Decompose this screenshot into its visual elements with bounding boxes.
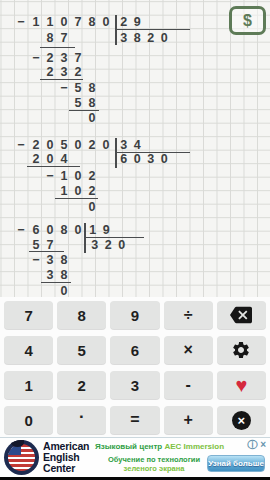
p1-step: 58 xyxy=(71,81,99,95)
keypad: 789÷456×123-♥0·=+× xyxy=(0,297,270,437)
ad-cta-button[interactable]: Узнай больше xyxy=(207,455,265,472)
p2-minus: − xyxy=(43,169,57,183)
advertiser-logo xyxy=(4,440,39,475)
p1-subtraction-line xyxy=(115,29,190,31)
p2-quotient: 6030 xyxy=(117,152,171,166)
key-5[interactable]: 5 xyxy=(57,336,106,364)
key-equals[interactable]: = xyxy=(110,406,159,434)
p3-minus: − xyxy=(29,253,43,267)
ad-headline-brand: AEC Immersion xyxy=(164,442,224,451)
key-1[interactable]: 1 xyxy=(4,371,53,399)
gear-icon xyxy=(231,340,251,360)
key-4[interactable]: 4 xyxy=(4,336,53,364)
p2-step: 102 xyxy=(57,169,99,183)
p1-remainder: 0 xyxy=(85,111,99,125)
p2-subtraction-line xyxy=(115,152,190,154)
key-2[interactable]: 2 xyxy=(57,371,106,399)
key-3[interactable]: 3 xyxy=(110,371,159,399)
keypad-grid: 789÷456×123-♥0·=+× xyxy=(4,301,266,434)
ad-info-icon[interactable]: ⓘ xyxy=(247,440,257,450)
p1-minus: − xyxy=(14,15,28,29)
heart-icon: ♥ xyxy=(235,375,247,395)
key-multiply[interactable]: × xyxy=(164,336,213,364)
ad-subline-1: Обучение по технологии xyxy=(95,455,213,464)
p3-dividend: 6080 xyxy=(29,223,85,237)
p2-divisor: 34 xyxy=(117,138,144,152)
p1-step: 237 xyxy=(43,51,85,65)
p2-remainder: 0 xyxy=(85,200,99,214)
key-backspace[interactable] xyxy=(217,301,266,329)
p1-minus: − xyxy=(29,51,43,65)
p1-divisor: 29 xyxy=(117,15,144,29)
key-6[interactable]: 6 xyxy=(110,336,159,364)
ad-close-icon[interactable]: × xyxy=(260,440,266,450)
key-close[interactable]: × xyxy=(217,406,266,434)
p1-step: 58 xyxy=(71,96,99,110)
ad-banner[interactable]: American English Center Языковый центр A… xyxy=(0,437,270,477)
key-9[interactable]: 9 xyxy=(110,301,159,329)
advertiser-name: American English Center xyxy=(43,441,89,475)
app-screen: −11078029873820−237232−58580−20502034204… xyxy=(0,0,270,480)
key-divide[interactable]: ÷ xyxy=(164,301,213,329)
p1-step: 232 xyxy=(43,65,85,79)
key-settings[interactable] xyxy=(217,336,266,364)
p1-step: 87 xyxy=(43,31,71,45)
key-0[interactable]: 0 xyxy=(4,406,53,434)
p2-dividend: 205020 xyxy=(29,138,113,152)
p2-step: 102 xyxy=(57,184,99,198)
p1-subtraction-line xyxy=(40,47,75,49)
brand-line: Center xyxy=(43,463,89,474)
close-icon: × xyxy=(232,411,251,430)
p2-subtraction-line xyxy=(55,198,98,200)
backspace-icon xyxy=(230,304,252,326)
p3-subtraction-line xyxy=(29,251,64,253)
p2-subtraction-line xyxy=(27,166,80,168)
p3-divisor: 19 xyxy=(86,223,113,237)
p1-subtraction-line xyxy=(40,79,83,81)
p3-remainder: 0 xyxy=(57,284,71,298)
dollar-icon: $ xyxy=(243,12,252,29)
p3-quotient: 320 xyxy=(88,238,129,252)
key-7[interactable]: 7 xyxy=(4,301,53,329)
key-8[interactable]: 8 xyxy=(57,301,106,329)
p2-minus: − xyxy=(14,138,28,152)
p1-subtraction-line xyxy=(69,110,99,112)
p1-dividend: 110780 xyxy=(29,15,113,29)
p3-step: 38 xyxy=(43,253,71,267)
remove-ads-button[interactable]: $ xyxy=(229,6,266,35)
p2-step: 204 xyxy=(29,152,71,166)
ad-text: Языковый центр AEC Immersion Обучение по… xyxy=(95,442,213,473)
key-decimal[interactable]: · xyxy=(57,406,106,434)
p3-subtraction-line xyxy=(41,282,71,284)
key-minus[interactable]: - xyxy=(164,371,213,399)
key-plus[interactable]: + xyxy=(164,406,213,434)
ad-subline-2: зеленого экрана xyxy=(95,464,213,473)
key-favorite[interactable]: ♥ xyxy=(217,371,266,399)
p1-minus: − xyxy=(57,81,71,95)
ad-headline: Языковый центр xyxy=(95,442,162,451)
p3-subtraction-line xyxy=(84,237,144,239)
p1-quotient: 3820 xyxy=(117,31,171,45)
us-flag-icon xyxy=(8,444,35,471)
p3-step: 38 xyxy=(43,268,71,282)
worksheet-paper: −11078029873820−237232−58580−20502034204… xyxy=(0,0,270,297)
p3-minus: − xyxy=(14,223,28,237)
